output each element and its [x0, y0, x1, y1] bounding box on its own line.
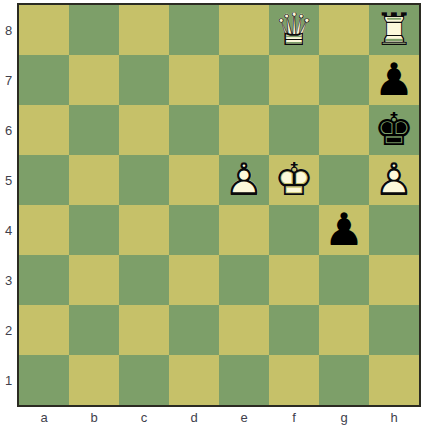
file-label-g: g: [319, 407, 369, 428]
rank-label-4: 4: [0, 205, 17, 255]
square-e3[interactable]: [219, 255, 269, 305]
square-b5[interactable]: [69, 155, 119, 205]
square-a2[interactable]: [19, 305, 69, 355]
file-label-d: d: [169, 407, 219, 428]
square-h5[interactable]: ♟♙: [369, 155, 419, 205]
chess-diagram: 87654321 ♛♕♜♖♟♚♟♙♚♔♟♙♟ abcdefgh: [0, 0, 428, 428]
white-king[interactable]: ♚♔: [269, 155, 319, 205]
piece-glyph: ♟: [369, 55, 419, 105]
rank-label-2: 2: [0, 305, 17, 355]
square-h3[interactable]: [369, 255, 419, 305]
file-label-e: e: [219, 407, 269, 428]
rank-label-1: 1: [0, 355, 17, 405]
square-a7[interactable]: [19, 55, 69, 105]
piece-outline: ♖: [369, 5, 419, 55]
file-label-b: b: [69, 407, 119, 428]
square-c3[interactable]: [119, 255, 169, 305]
square-b2[interactable]: [69, 305, 119, 355]
file-label-a: a: [19, 407, 69, 428]
square-e1[interactable]: [219, 355, 269, 405]
square-e2[interactable]: [219, 305, 269, 355]
square-g4[interactable]: ♟: [319, 205, 369, 255]
square-f3[interactable]: [269, 255, 319, 305]
square-g7[interactable]: [319, 55, 369, 105]
piece-outline: ♙: [219, 155, 269, 205]
square-f4[interactable]: [269, 205, 319, 255]
piece-outline: ♔: [269, 155, 319, 205]
square-d3[interactable]: [169, 255, 219, 305]
file-label-c: c: [119, 407, 169, 428]
square-d1[interactable]: [169, 355, 219, 405]
square-e5[interactable]: ♟♙: [219, 155, 269, 205]
white-queen[interactable]: ♛♕: [269, 5, 319, 55]
square-g2[interactable]: [319, 305, 369, 355]
square-a8[interactable]: [19, 5, 69, 55]
piece-outline: ♕: [269, 5, 319, 55]
piece-glyph: ♚: [369, 105, 419, 155]
white-rook[interactable]: ♜♖: [369, 5, 419, 55]
piece-fill: ♟: [219, 155, 269, 205]
square-b8[interactable]: [69, 5, 119, 55]
file-labels: abcdefgh: [19, 407, 419, 428]
square-a6[interactable]: [19, 105, 69, 155]
square-h8[interactable]: ♜♖: [369, 5, 419, 55]
square-e6[interactable]: [219, 105, 269, 155]
square-a5[interactable]: [19, 155, 69, 205]
piece-fill: ♛: [269, 5, 319, 55]
square-b1[interactable]: [69, 355, 119, 405]
square-b7[interactable]: [69, 55, 119, 105]
square-e4[interactable]: [219, 205, 269, 255]
black-pawn[interactable]: ♟: [369, 55, 419, 105]
square-c7[interactable]: [119, 55, 169, 105]
square-h7[interactable]: ♟: [369, 55, 419, 105]
piece-outline: ♙: [369, 155, 419, 205]
rank-label-6: 6: [0, 105, 17, 155]
square-g3[interactable]: [319, 255, 369, 305]
rank-labels: 87654321: [0, 5, 17, 405]
piece-fill: ♜: [369, 5, 419, 55]
square-d5[interactable]: [169, 155, 219, 205]
square-d7[interactable]: [169, 55, 219, 105]
chess-board: ♛♕♜♖♟♚♟♙♚♔♟♙♟: [19, 5, 419, 405]
square-f6[interactable]: [269, 105, 319, 155]
square-d4[interactable]: [169, 205, 219, 255]
piece-fill: ♚: [269, 155, 319, 205]
rank-label-7: 7: [0, 55, 17, 105]
file-label-f: f: [269, 407, 319, 428]
square-e7[interactable]: [219, 55, 269, 105]
square-d8[interactable]: [169, 5, 219, 55]
square-b6[interactable]: [69, 105, 119, 155]
square-h4[interactable]: [369, 205, 419, 255]
square-f1[interactable]: [269, 355, 319, 405]
square-a3[interactable]: [19, 255, 69, 305]
piece-glyph: ♟: [319, 205, 369, 255]
rank-label-3: 3: [0, 255, 17, 305]
square-g5[interactable]: [319, 155, 369, 205]
black-pawn[interactable]: ♟: [319, 205, 369, 255]
white-pawn[interactable]: ♟♙: [219, 155, 269, 205]
square-f5[interactable]: ♚♔: [269, 155, 319, 205]
square-c8[interactable]: [119, 5, 169, 55]
square-g1[interactable]: [319, 355, 369, 405]
black-king[interactable]: ♚: [369, 105, 419, 155]
square-b3[interactable]: [69, 255, 119, 305]
square-c5[interactable]: [119, 155, 169, 205]
square-c6[interactable]: [119, 105, 169, 155]
square-c2[interactable]: [119, 305, 169, 355]
square-c1[interactable]: [119, 355, 169, 405]
board-frame: ♛♕♜♖♟♚♟♙♚♔♟♙♟: [17, 3, 421, 407]
square-g8[interactable]: [319, 5, 369, 55]
white-pawn[interactable]: ♟♙: [369, 155, 419, 205]
square-f8[interactable]: ♛♕: [269, 5, 319, 55]
square-a1[interactable]: [19, 355, 69, 405]
square-g6[interactable]: [319, 105, 369, 155]
square-d2[interactable]: [169, 305, 219, 355]
rank-label-5: 5: [0, 155, 17, 205]
square-a4[interactable]: [19, 205, 69, 255]
piece-fill: ♟: [369, 155, 419, 205]
file-label-h: h: [369, 407, 419, 428]
square-f7[interactable]: [269, 55, 319, 105]
square-d6[interactable]: [169, 105, 219, 155]
square-b4[interactable]: [69, 205, 119, 255]
square-h2[interactable]: [369, 305, 419, 355]
square-f2[interactable]: [269, 305, 319, 355]
square-h1[interactable]: [369, 355, 419, 405]
square-h6[interactable]: ♚: [369, 105, 419, 155]
square-e8[interactable]: [219, 5, 269, 55]
square-c4[interactable]: [119, 205, 169, 255]
rank-label-8: 8: [0, 5, 17, 55]
